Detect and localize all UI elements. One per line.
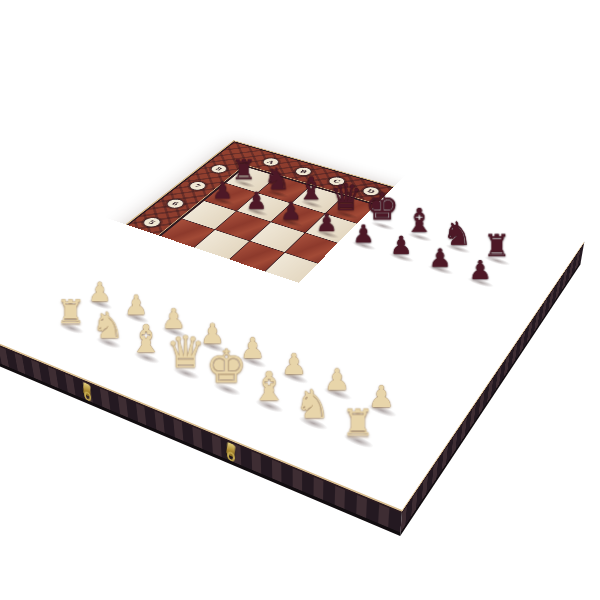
white-queen: ♛ [166, 330, 206, 374]
black-rook: ♜ [232, 157, 256, 184]
white-king: ♚ [206, 344, 247, 390]
chess-board: AABBCCDDEEFFGGHH1122334455667788 ♜♞♝♛♚♝♞… [0, 140, 584, 510]
white-bishop: ♝ [251, 367, 287, 407]
white-pawn: ♟ [88, 278, 112, 305]
black-knight: ♞ [263, 164, 290, 194]
product-photo: AABBCCDDEEFFGGHH1122334455667788 ♜♞♝♛♚♝♞… [0, 0, 600, 600]
black-pawn: ♟ [316, 210, 338, 234]
black-pawn: ♟ [246, 189, 267, 213]
black-pawn: ♟ [390, 233, 413, 258]
white-rook: ♜ [56, 296, 85, 329]
white-pawn: ♟ [124, 292, 148, 319]
white-rook: ♜ [341, 405, 374, 442]
black-pawn: ♟ [429, 245, 452, 271]
brass-clasp [83, 382, 90, 397]
black-pawn: ♟ [280, 199, 302, 223]
black-pawn: ♟ [212, 178, 233, 201]
white-knight: ♞ [295, 384, 331, 424]
black-pawn: ♟ [352, 221, 374, 246]
white-knight: ♞ [92, 307, 125, 343]
brass-clasp [226, 442, 235, 458]
black-pawn: ♟ [469, 257, 492, 283]
white-bishop: ♝ [129, 320, 163, 358]
